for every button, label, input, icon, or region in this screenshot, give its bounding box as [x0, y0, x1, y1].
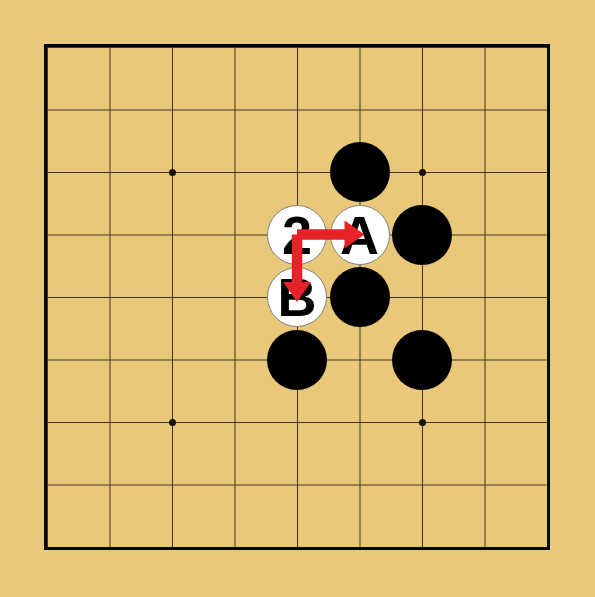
- go-board-diagram: 2AB: [0, 0, 595, 597]
- star-point: [169, 169, 176, 176]
- option-point-a[interactable]: A: [330, 205, 390, 265]
- white-stone-move-2: 2: [267, 205, 327, 265]
- black-stone: [392, 330, 452, 390]
- stone-grid: 2AB: [16, 16, 579, 579]
- option-point-b[interactable]: B: [267, 267, 327, 327]
- black-stone: [330, 267, 390, 327]
- black-stone: [392, 205, 452, 265]
- black-stone: [330, 142, 390, 202]
- star-point: [419, 419, 426, 426]
- star-point: [169, 419, 176, 426]
- black-stone: [267, 330, 327, 390]
- star-point: [419, 169, 426, 176]
